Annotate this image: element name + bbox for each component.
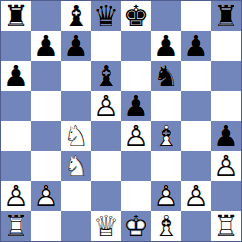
square-g3[interactable]: [181, 151, 211, 181]
square-a6[interactable]: ♟♟: [1, 61, 31, 91]
square-f8[interactable]: [151, 1, 181, 31]
piece-outline-layer: ♕: [91, 211, 121, 241]
white-knight-icon: ♞♘: [61, 121, 91, 151]
square-a7[interactable]: [1, 31, 31, 61]
square-d4[interactable]: [91, 121, 121, 151]
square-e2[interactable]: [121, 181, 151, 211]
square-d7[interactable]: [91, 31, 121, 61]
white-bishop-icon: ♝♗: [151, 211, 181, 241]
square-c1[interactable]: [61, 211, 91, 241]
square-h8[interactable]: ♜♜: [211, 1, 241, 31]
white-pawn-icon: ♟♙: [151, 181, 181, 211]
square-d8[interactable]: ♛♛: [91, 1, 121, 31]
square-b1[interactable]: [31, 211, 61, 241]
piece-outline-layer: ♟: [1, 61, 31, 91]
square-g5[interactable]: [181, 91, 211, 121]
square-d6[interactable]: ♝♝: [91, 61, 121, 91]
piece-outline-layer: ♙: [91, 91, 121, 121]
square-g6[interactable]: [181, 61, 211, 91]
piece-outline-layer: ♙: [1, 181, 31, 211]
piece-outline-layer: ♘: [61, 151, 91, 181]
black-pawn-icon: ♟♟: [211, 121, 241, 151]
white-pawn-icon: ♟♙: [31, 181, 61, 211]
black-pawn-icon: ♟♟: [31, 31, 61, 61]
chess-board-grid: ♜♜♝♝♛♛♚♚♜♜♟♟♟♟♟♟♟♟♟♟♝♝♞♞♟♙♟♟♞♘♟♙♝♗♟♟♞♘♟♙…: [1, 1, 241, 241]
black-bishop-icon: ♝♝: [91, 61, 121, 91]
square-b3[interactable]: [31, 151, 61, 181]
square-c5[interactable]: [61, 91, 91, 121]
square-e4[interactable]: ♟♙: [121, 121, 151, 151]
white-pawn-icon: ♟♙: [91, 91, 121, 121]
piece-outline-layer: ♙: [151, 181, 181, 211]
piece-outline-layer: ♘: [61, 121, 91, 151]
square-d1[interactable]: ♛♕: [91, 211, 121, 241]
square-f3[interactable]: [151, 151, 181, 181]
white-king-icon: ♚♔: [121, 211, 151, 241]
square-c6[interactable]: [61, 61, 91, 91]
piece-outline-layer: ♟: [61, 31, 91, 61]
square-b7[interactable]: ♟♟: [31, 31, 61, 61]
piece-outline-layer: ♖: [1, 211, 31, 241]
square-e3[interactable]: [121, 151, 151, 181]
square-e7[interactable]: [121, 31, 151, 61]
piece-outline-layer: ♟: [181, 31, 211, 61]
piece-outline-layer: ♟: [31, 31, 61, 61]
square-a3[interactable]: [1, 151, 31, 181]
square-f7[interactable]: ♟♟: [151, 31, 181, 61]
square-h3[interactable]: ♟♙: [211, 151, 241, 181]
piece-outline-layer: ♞: [151, 61, 181, 91]
piece-outline-layer: ♜: [211, 1, 241, 31]
piece-outline-layer: ♙: [121, 121, 151, 151]
square-d3[interactable]: [91, 151, 121, 181]
chess-board: ♜♜♝♝♛♛♚♚♜♜♟♟♟♟♟♟♟♟♟♟♝♝♞♞♟♙♟♟♞♘♟♙♝♗♟♟♞♘♟♙…: [0, 0, 242, 242]
square-b4[interactable]: [31, 121, 61, 151]
piece-outline-layer: ♝: [91, 61, 121, 91]
piece-outline-layer: ♙: [211, 151, 241, 181]
black-pawn-icon: ♟♟: [181, 31, 211, 61]
piece-outline-layer: ♗: [151, 211, 181, 241]
piece-outline-layer: ♟: [121, 91, 151, 121]
square-c7[interactable]: ♟♟: [61, 31, 91, 61]
square-g2[interactable]: ♟♙: [181, 181, 211, 211]
square-g7[interactable]: ♟♟: [181, 31, 211, 61]
square-a2[interactable]: ♟♙: [1, 181, 31, 211]
white-pawn-icon: ♟♙: [1, 181, 31, 211]
piece-outline-layer: ♟: [151, 31, 181, 61]
square-a5[interactable]: [1, 91, 31, 121]
piece-outline-layer: ♙: [31, 181, 61, 211]
piece-outline-layer: ♔: [121, 211, 151, 241]
square-g1[interactable]: [181, 211, 211, 241]
square-b2[interactable]: ♟♙: [31, 181, 61, 211]
square-e8[interactable]: ♚♚: [121, 1, 151, 31]
square-b6[interactable]: [31, 61, 61, 91]
square-g4[interactable]: [181, 121, 211, 151]
piece-outline-layer: ♗: [151, 121, 181, 151]
square-b8[interactable]: [31, 1, 61, 31]
square-h2[interactable]: [211, 181, 241, 211]
square-f4[interactable]: ♝♗: [151, 121, 181, 151]
white-bishop-icon: ♝♗: [151, 121, 181, 151]
piece-outline-layer: ♙: [181, 181, 211, 211]
black-knight-icon: ♞♞: [151, 61, 181, 91]
black-pawn-icon: ♟♟: [121, 91, 151, 121]
square-c8[interactable]: ♝♝: [61, 1, 91, 31]
square-f2[interactable]: ♟♙: [151, 181, 181, 211]
black-pawn-icon: ♟♟: [61, 31, 91, 61]
white-pawn-icon: ♟♙: [211, 151, 241, 181]
square-c3[interactable]: ♞♘: [61, 151, 91, 181]
white-queen-icon: ♛♕: [91, 211, 121, 241]
square-c2[interactable]: [61, 181, 91, 211]
piece-outline-layer: ♖: [211, 211, 241, 241]
white-knight-icon: ♞♘: [61, 151, 91, 181]
black-queen-icon: ♛♛: [91, 1, 121, 31]
square-b5[interactable]: [31, 91, 61, 121]
square-f5[interactable]: [151, 91, 181, 121]
square-f1[interactable]: ♝♗: [151, 211, 181, 241]
square-h7[interactable]: [211, 31, 241, 61]
square-g8[interactable]: [181, 1, 211, 31]
square-h1[interactable]: ♜♖: [211, 211, 241, 241]
square-a1[interactable]: ♜♖: [1, 211, 31, 241]
square-d2[interactable]: [91, 181, 121, 211]
black-rook-icon: ♜♜: [211, 1, 241, 31]
white-rook-icon: ♜♖: [211, 211, 241, 241]
piece-outline-layer: ♝: [61, 1, 91, 31]
piece-outline-layer: ♛: [91, 1, 121, 31]
piece-outline-layer: ♚: [121, 1, 151, 31]
square-d5[interactable]: ♟♙: [91, 91, 121, 121]
black-rook-icon: ♜♜: [1, 1, 31, 31]
square-c4[interactable]: ♞♘: [61, 121, 91, 151]
square-f6[interactable]: ♞♞: [151, 61, 181, 91]
square-h5[interactable]: [211, 91, 241, 121]
piece-outline-layer: ♜: [1, 1, 31, 31]
black-bishop-icon: ♝♝: [61, 1, 91, 31]
white-rook-icon: ♜♖: [1, 211, 31, 241]
square-a4[interactable]: [1, 121, 31, 151]
black-pawn-icon: ♟♟: [151, 31, 181, 61]
black-pawn-icon: ♟♟: [1, 61, 31, 91]
piece-outline-layer: ♟: [211, 121, 241, 151]
white-pawn-icon: ♟♙: [181, 181, 211, 211]
black-king-icon: ♚♚: [121, 1, 151, 31]
square-a8[interactable]: ♜♜: [1, 1, 31, 31]
square-e5[interactable]: ♟♟: [121, 91, 151, 121]
square-h6[interactable]: [211, 61, 241, 91]
square-h4[interactable]: ♟♟: [211, 121, 241, 151]
square-e1[interactable]: ♚♔: [121, 211, 151, 241]
white-pawn-icon: ♟♙: [121, 121, 151, 151]
square-e6[interactable]: [121, 61, 151, 91]
